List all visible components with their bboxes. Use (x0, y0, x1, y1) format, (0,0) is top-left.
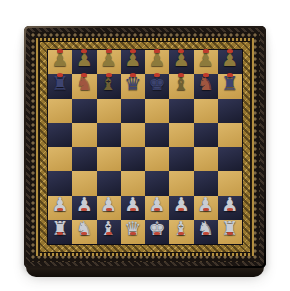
piece-gold-pawn[interactable]: ♟ (100, 50, 117, 69)
square-c1[interactable]: ♝ (97, 220, 121, 244)
square-a3[interactable] (48, 171, 72, 195)
piece-silver-bishop[interactable]: ♝ (173, 219, 190, 238)
square-c6[interactable] (97, 99, 121, 123)
piece-gold-queen[interactable]: ♛ (124, 74, 141, 93)
square-c7[interactable]: ♝ (97, 74, 121, 98)
square-d3[interactable] (121, 171, 145, 195)
square-g7[interactable]: ♞ (194, 74, 218, 98)
piece-gold-pawn[interactable]: ♟ (221, 50, 238, 69)
piece-silver-rook[interactable]: ♜ (52, 219, 69, 238)
board-grid: ♟♟♟♟♟♟♟♟♜♞♝♛♚♝♞♜♟♟♟♟♟♟♟♟♜♞♝♛♚♝♞♜ (48, 50, 242, 244)
square-c8[interactable]: ♟ (97, 50, 121, 74)
product-photo: ♟♟♟♟♟♟♟♟♜♞♝♛♚♝♞♜♟♟♟♟♟♟♟♟♜♞♝♛♚♝♞♜ (0, 0, 290, 291)
square-b8[interactable]: ♟ (72, 50, 96, 74)
piece-silver-knight[interactable]: ♞ (76, 219, 93, 238)
square-h5[interactable] (218, 123, 242, 147)
piece-silver-queen[interactable]: ♛ (124, 219, 141, 238)
piece-silver-pawn[interactable]: ♟ (173, 195, 190, 214)
square-e6[interactable] (145, 99, 169, 123)
square-f1[interactable]: ♝ (169, 220, 193, 244)
square-f7[interactable]: ♝ (169, 74, 193, 98)
square-f6[interactable] (169, 99, 193, 123)
piece-gold-bishop[interactable]: ♝ (173, 74, 190, 93)
square-b3[interactable] (72, 171, 96, 195)
piece-gold-rook[interactable]: ♜ (52, 74, 69, 93)
square-e1[interactable]: ♚ (145, 220, 169, 244)
square-e3[interactable] (145, 171, 169, 195)
square-g1[interactable]: ♞ (194, 220, 218, 244)
square-h8[interactable]: ♟ (218, 50, 242, 74)
piece-gold-pawn[interactable]: ♟ (173, 50, 190, 69)
square-g3[interactable] (194, 171, 218, 195)
square-h6[interactable] (218, 99, 242, 123)
piece-silver-king[interactable]: ♚ (149, 219, 166, 238)
square-h4[interactable] (218, 147, 242, 171)
square-f3[interactable] (169, 171, 193, 195)
square-b6[interactable] (72, 99, 96, 123)
piece-silver-knight[interactable]: ♞ (197, 219, 214, 238)
square-h7[interactable]: ♜ (218, 74, 242, 98)
piece-gold-pawn[interactable]: ♟ (197, 50, 214, 69)
square-g2[interactable]: ♟ (194, 196, 218, 220)
square-g6[interactable] (194, 99, 218, 123)
square-a6[interactable] (48, 99, 72, 123)
frame-gap: ♟♟♟♟♟♟♟♟♜♞♝♛♚♝♞♜♟♟♟♟♟♟♟♟♜♞♝♛♚♝♞♜ (39, 41, 251, 253)
piece-gold-pawn[interactable]: ♟ (124, 50, 141, 69)
piece-gold-knight[interactable]: ♞ (76, 74, 93, 93)
square-d6[interactable] (121, 99, 145, 123)
stud-band: ♟♟♟♟♟♟♟♟♜♞♝♛♚♝♞♜♟♟♟♟♟♟♟♟♜♞♝♛♚♝♞♜ (30, 32, 260, 262)
square-a2[interactable]: ♟ (48, 196, 72, 220)
square-a5[interactable] (48, 123, 72, 147)
square-h2[interactable]: ♟ (218, 196, 242, 220)
field-border: ♟♟♟♟♟♟♟♟♜♞♝♛♚♝♞♜♟♟♟♟♟♟♟♟♜♞♝♛♚♝♞♜ (47, 49, 243, 245)
piece-gold-pawn[interactable]: ♟ (52, 50, 69, 69)
piece-silver-rook[interactable]: ♜ (221, 219, 238, 238)
square-b5[interactable] (72, 123, 96, 147)
square-c2[interactable]: ♟ (97, 196, 121, 220)
ornate-gold-band: ♟♟♟♟♟♟♟♟♜♞♝♛♚♝♞♜♟♟♟♟♟♟♟♟♜♞♝♛♚♝♞♜ (40, 42, 250, 252)
square-e5[interactable] (145, 123, 169, 147)
square-c5[interactable] (97, 123, 121, 147)
square-g8[interactable]: ♟ (194, 50, 218, 74)
square-h3[interactable] (218, 171, 242, 195)
square-c4[interactable] (97, 147, 121, 171)
square-f2[interactable]: ♟ (169, 196, 193, 220)
piece-silver-pawn[interactable]: ♟ (149, 195, 166, 214)
square-d4[interactable] (121, 147, 145, 171)
piece-gold-pawn[interactable]: ♟ (76, 50, 93, 69)
square-d2[interactable]: ♟ (121, 196, 145, 220)
square-b4[interactable] (72, 147, 96, 171)
square-f5[interactable] (169, 123, 193, 147)
chess-board: ♟♟♟♟♟♟♟♟♜♞♝♛♚♝♞♜♟♟♟♟♟♟♟♟♜♞♝♛♚♝♞♜ (24, 26, 266, 268)
square-a7[interactable]: ♜ (48, 74, 72, 98)
square-e4[interactable] (145, 147, 169, 171)
piece-silver-pawn[interactable]: ♟ (100, 195, 117, 214)
piece-silver-pawn[interactable]: ♟ (52, 195, 69, 214)
square-e8[interactable]: ♟ (145, 50, 169, 74)
square-h1[interactable]: ♜ (218, 220, 242, 244)
piece-silver-pawn[interactable]: ♟ (76, 195, 93, 214)
square-g4[interactable] (194, 147, 218, 171)
square-b7[interactable]: ♞ (72, 74, 96, 98)
piece-silver-bishop[interactable]: ♝ (100, 219, 117, 238)
square-a1[interactable]: ♜ (48, 220, 72, 244)
square-a4[interactable] (48, 147, 72, 171)
square-e7[interactable]: ♚ (145, 74, 169, 98)
square-g5[interactable] (194, 123, 218, 147)
board-frame: ♟♟♟♟♟♟♟♟♜♞♝♛♚♝♞♜♟♟♟♟♟♟♟♟♜♞♝♛♚♝♞♜ (24, 26, 266, 268)
piece-silver-pawn[interactable]: ♟ (197, 195, 214, 214)
square-e2[interactable]: ♟ (145, 196, 169, 220)
piece-gold-bishop[interactable]: ♝ (100, 74, 117, 93)
square-c3[interactable] (97, 171, 121, 195)
piece-silver-pawn[interactable]: ♟ (124, 195, 141, 214)
square-f8[interactable]: ♟ (169, 50, 193, 74)
square-d7[interactable]: ♛ (121, 74, 145, 98)
piece-gold-knight[interactable]: ♞ (197, 74, 214, 93)
square-a8[interactable]: ♟ (48, 50, 72, 74)
square-d5[interactable] (121, 123, 145, 147)
square-d8[interactable]: ♟ (121, 50, 145, 74)
piece-silver-pawn[interactable]: ♟ (221, 195, 238, 214)
square-b1[interactable]: ♞ (72, 220, 96, 244)
piece-gold-pawn[interactable]: ♟ (149, 50, 166, 69)
gold-bead-line: ♟♟♟♟♟♟♟♟♜♞♝♛♚♝♞♜♟♟♟♟♟♟♟♟♜♞♝♛♚♝♞♜ (36, 38, 254, 256)
square-b2[interactable]: ♟ (72, 196, 96, 220)
leather-rim: ♟♟♟♟♟♟♟♟♜♞♝♛♚♝♞♜♟♟♟♟♟♟♟♟♜♞♝♛♚♝♞♜ (26, 28, 264, 266)
square-d1[interactable]: ♛ (121, 220, 145, 244)
square-f4[interactable] (169, 147, 193, 171)
piece-gold-rook[interactable]: ♜ (221, 74, 238, 93)
piece-gold-king[interactable]: ♚ (149, 74, 166, 93)
